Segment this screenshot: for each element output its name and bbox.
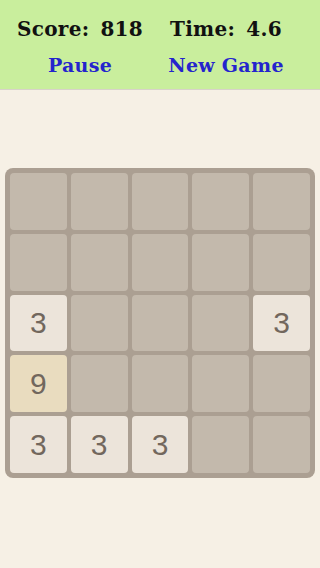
- stats-row: Score:818 Time:4.6: [0, 17, 320, 41]
- pause-button[interactable]: Pause: [48, 54, 112, 76]
- tile-3: 3: [10, 295, 67, 352]
- empty-cell: [71, 295, 128, 352]
- new-game-button[interactable]: New Game: [168, 54, 284, 76]
- empty-cell: [253, 173, 310, 230]
- empty-cell: [71, 173, 128, 230]
- empty-cell: [192, 355, 249, 412]
- tile-9: 9: [10, 355, 67, 412]
- empty-cell: [253, 234, 310, 291]
- board[interactable]: 339333: [5, 168, 315, 478]
- tile-3: 3: [253, 295, 310, 352]
- score-label: Score:: [17, 17, 89, 41]
- empty-cell: [192, 234, 249, 291]
- time-value: 4.6: [246, 17, 282, 41]
- app-screen: Score:818 Time:4.6 Pause New Game 339333: [0, 0, 320, 568]
- score-display: Score:818: [17, 17, 143, 41]
- empty-cell: [192, 416, 249, 473]
- time-display: Time:4.6: [170, 17, 282, 41]
- score-value: 818: [100, 17, 143, 41]
- buttons-row: Pause New Game: [0, 54, 320, 76]
- empty-cell: [10, 173, 67, 230]
- header-bar: Score:818 Time:4.6 Pause New Game: [0, 0, 320, 89]
- empty-cell: [192, 173, 249, 230]
- empty-cell: [132, 295, 189, 352]
- empty-cell: [132, 234, 189, 291]
- tile-3: 3: [10, 416, 67, 473]
- empty-cell: [192, 295, 249, 352]
- empty-cell: [71, 355, 128, 412]
- tile-3: 3: [71, 416, 128, 473]
- empty-cell: [10, 234, 67, 291]
- empty-cell: [253, 355, 310, 412]
- empty-cell: [132, 355, 189, 412]
- time-label: Time:: [170, 17, 235, 41]
- empty-cell: [253, 416, 310, 473]
- tile-3: 3: [132, 416, 189, 473]
- empty-cell: [132, 173, 189, 230]
- empty-cell: [71, 234, 128, 291]
